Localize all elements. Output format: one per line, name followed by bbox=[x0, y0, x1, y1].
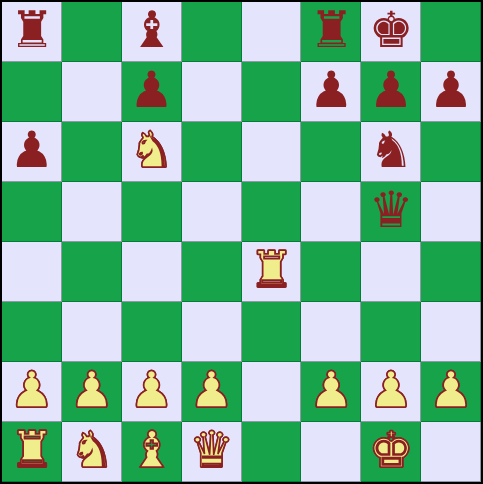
white-rook: ♜ bbox=[249, 245, 294, 295]
black-pawn: ♟ bbox=[369, 65, 414, 115]
square-d7[interactable] bbox=[182, 62, 242, 122]
square-c6[interactable]: ♞ bbox=[122, 122, 182, 182]
square-h8[interactable] bbox=[421, 2, 481, 62]
square-a8[interactable]: ♜ bbox=[2, 2, 62, 62]
chess-board: ♜♝♜♚♟♟♟♟♟♞♞♛♜♟♟♟♟♟♟♟♜♞♝♛♚ bbox=[0, 0, 483, 484]
square-g8[interactable]: ♚ bbox=[361, 2, 421, 62]
white-queen: ♛ bbox=[189, 425, 234, 475]
square-c2[interactable]: ♟ bbox=[122, 362, 182, 422]
white-bishop: ♝ bbox=[129, 425, 174, 475]
black-knight: ♞ bbox=[369, 125, 414, 175]
square-d8[interactable] bbox=[182, 2, 242, 62]
square-c8[interactable]: ♝ bbox=[122, 2, 182, 62]
square-e3[interactable] bbox=[242, 302, 302, 362]
square-f4[interactable] bbox=[301, 242, 361, 302]
square-b2[interactable]: ♟ bbox=[62, 362, 122, 422]
square-a1[interactable]: ♜ bbox=[2, 422, 62, 482]
square-d2[interactable]: ♟ bbox=[182, 362, 242, 422]
black-rook: ♜ bbox=[10, 5, 55, 55]
square-c1[interactable]: ♝ bbox=[122, 422, 182, 482]
square-a6[interactable]: ♟ bbox=[2, 122, 62, 182]
square-e8[interactable] bbox=[242, 2, 302, 62]
black-pawn: ♟ bbox=[309, 65, 354, 115]
square-h5[interactable] bbox=[421, 182, 481, 242]
square-f6[interactable] bbox=[301, 122, 361, 182]
square-e1[interactable] bbox=[242, 422, 302, 482]
square-d3[interactable] bbox=[182, 302, 242, 362]
square-h3[interactable] bbox=[421, 302, 481, 362]
square-b6[interactable] bbox=[62, 122, 122, 182]
square-d5[interactable] bbox=[182, 182, 242, 242]
square-b4[interactable] bbox=[62, 242, 122, 302]
square-d4[interactable] bbox=[182, 242, 242, 302]
square-g1[interactable]: ♚ bbox=[361, 422, 421, 482]
square-g5[interactable]: ♛ bbox=[361, 182, 421, 242]
white-knight: ♞ bbox=[69, 425, 114, 475]
square-e7[interactable] bbox=[242, 62, 302, 122]
square-b8[interactable] bbox=[62, 2, 122, 62]
black-bishop: ♝ bbox=[129, 5, 174, 55]
square-a2[interactable]: ♟ bbox=[2, 362, 62, 422]
square-e5[interactable] bbox=[242, 182, 302, 242]
square-a7[interactable] bbox=[2, 62, 62, 122]
square-c5[interactable] bbox=[122, 182, 182, 242]
white-pawn: ♟ bbox=[429, 365, 474, 415]
square-e6[interactable] bbox=[242, 122, 302, 182]
square-h2[interactable]: ♟ bbox=[421, 362, 481, 422]
square-f1[interactable] bbox=[301, 422, 361, 482]
black-pawn: ♟ bbox=[129, 65, 174, 115]
square-h4[interactable] bbox=[421, 242, 481, 302]
square-c3[interactable] bbox=[122, 302, 182, 362]
square-e4[interactable]: ♜ bbox=[242, 242, 302, 302]
white-pawn: ♟ bbox=[69, 365, 114, 415]
square-e2[interactable] bbox=[242, 362, 302, 422]
black-queen: ♛ bbox=[369, 185, 414, 235]
square-g6[interactable]: ♞ bbox=[361, 122, 421, 182]
chess-board-window: ♜♝♜♚♟♟♟♟♟♞♞♛♜♟♟♟♟♟♟♟♜♞♝♛♚ bbox=[0, 0, 483, 484]
square-f8[interactable]: ♜ bbox=[301, 2, 361, 62]
square-h6[interactable] bbox=[421, 122, 481, 182]
black-pawn: ♟ bbox=[429, 65, 474, 115]
white-pawn: ♟ bbox=[309, 365, 354, 415]
square-d1[interactable]: ♛ bbox=[182, 422, 242, 482]
square-f2[interactable]: ♟ bbox=[301, 362, 361, 422]
square-a3[interactable] bbox=[2, 302, 62, 362]
square-c4[interactable] bbox=[122, 242, 182, 302]
square-g4[interactable] bbox=[361, 242, 421, 302]
white-pawn: ♟ bbox=[369, 365, 414, 415]
black-rook: ♜ bbox=[309, 5, 354, 55]
square-h1[interactable] bbox=[421, 422, 481, 482]
square-b3[interactable] bbox=[62, 302, 122, 362]
square-c7[interactable]: ♟ bbox=[122, 62, 182, 122]
square-f3[interactable] bbox=[301, 302, 361, 362]
square-d6[interactable] bbox=[182, 122, 242, 182]
square-g7[interactable]: ♟ bbox=[361, 62, 421, 122]
square-a4[interactable] bbox=[2, 242, 62, 302]
black-pawn: ♟ bbox=[10, 125, 55, 175]
white-king: ♚ bbox=[369, 425, 414, 475]
square-f5[interactable] bbox=[301, 182, 361, 242]
square-f7[interactable]: ♟ bbox=[301, 62, 361, 122]
white-rook: ♜ bbox=[10, 425, 55, 475]
square-b7[interactable] bbox=[62, 62, 122, 122]
square-g3[interactable] bbox=[361, 302, 421, 362]
square-g2[interactable]: ♟ bbox=[361, 362, 421, 422]
square-h7[interactable]: ♟ bbox=[421, 62, 481, 122]
white-pawn: ♟ bbox=[189, 365, 234, 415]
white-pawn: ♟ bbox=[10, 365, 55, 415]
square-b5[interactable] bbox=[62, 182, 122, 242]
square-a5[interactable] bbox=[2, 182, 62, 242]
square-b1[interactable]: ♞ bbox=[62, 422, 122, 482]
white-knight: ♞ bbox=[129, 125, 174, 175]
white-pawn: ♟ bbox=[129, 365, 174, 415]
black-king: ♚ bbox=[369, 5, 414, 55]
